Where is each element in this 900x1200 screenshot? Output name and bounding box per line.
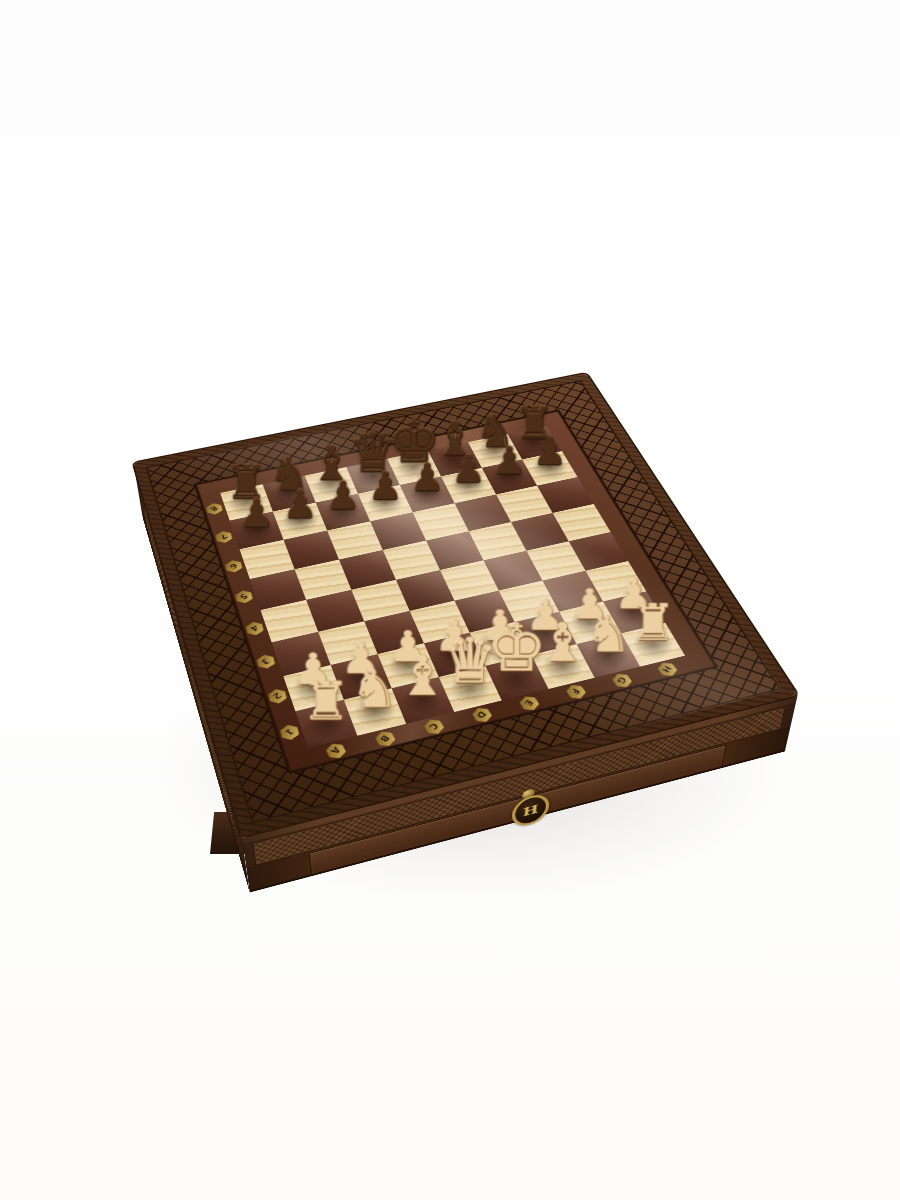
- piece-black-pawn-g7[interactable]: ♟: [492, 441, 526, 479]
- piece-black-pawn-f7[interactable]: ♟: [451, 450, 485, 488]
- piece-white-rook-h1[interactable]: ♜: [630, 597, 675, 647]
- monogram-letter: H: [522, 802, 538, 819]
- piece-black-pawn-b7[interactable]: ♟: [282, 485, 317, 524]
- piece-black-pawn-d7[interactable]: ♟: [368, 467, 402, 505]
- drawer-monogram-medallion: H: [511, 791, 550, 829]
- chess-box: 12345678ABCDEFGH H ♜♞♝♛♚♝♞♜♟♟♟♟♟♟♟♟♟♟♟♟♟…: [133, 373, 797, 837]
- scene: 12345678ABCDEFGH H ♜♞♝♛♚♝♞♜♟♟♟♟♟♟♟♟♟♟♟♟♟…: [0, 0, 900, 1200]
- piece-black-pawn-e7[interactable]: ♟: [410, 458, 444, 496]
- piece-black-pawn-a7[interactable]: ♟: [239, 494, 274, 533]
- piece-white-bishop-c1[interactable]: ♝: [398, 649, 447, 703]
- piece-black-pawn-h7[interactable]: ♟: [533, 433, 566, 470]
- piece-black-pawn-c7[interactable]: ♟: [326, 476, 360, 514]
- piece-white-rook-a1[interactable]: ♜: [302, 674, 349, 727]
- photo-background: 12345678ABCDEFGH H ♜♞♝♛♚♝♞♜♟♟♟♟♟♟♟♟♟♟♟♟♟…: [0, 0, 900, 1200]
- piece-white-queen-d1[interactable]: ♛: [442, 630, 498, 693]
- piece-white-knight-b1[interactable]: ♞: [351, 662, 398, 715]
- piece-white-knight-g1[interactable]: ♞: [585, 608, 630, 659]
